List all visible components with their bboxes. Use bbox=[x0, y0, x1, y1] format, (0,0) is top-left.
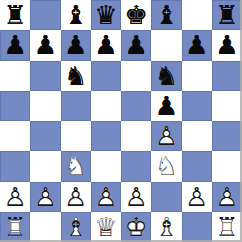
black-pawn[interactable]: ♟♙ bbox=[62, 31, 90, 59]
square-h3[interactable] bbox=[212, 151, 242, 181]
square-h7[interactable]: ♟♙ bbox=[212, 30, 242, 60]
piece-outline-layer: ♕ bbox=[92, 213, 120, 241]
square-g7[interactable]: ♟♙ bbox=[182, 30, 212, 60]
square-c3[interactable]: ♞♘ bbox=[61, 151, 91, 181]
chess-board: ♜♖♝♗♛♕♚♔♝♗♜♖♟♙♟♙♟♙♟♙♟♙♟♙♟♙♞♘♞♘♟♙♟♙♞♘♞♘♟♙… bbox=[0, 0, 242, 242]
piece-outline-layer: ♙ bbox=[31, 31, 59, 59]
square-a4[interactable] bbox=[0, 121, 30, 151]
square-b7[interactable]: ♟♙ bbox=[30, 30, 60, 60]
square-e8[interactable]: ♚♔ bbox=[121, 0, 151, 30]
white-bishop[interactable]: ♝♗ bbox=[62, 213, 90, 241]
square-f6[interactable]: ♞♘ bbox=[151, 61, 181, 91]
square-h4[interactable] bbox=[212, 121, 242, 151]
square-b8[interactable] bbox=[30, 0, 60, 30]
square-d1[interactable]: ♛♕ bbox=[91, 212, 121, 242]
black-king[interactable]: ♚♔ bbox=[122, 1, 150, 29]
black-pawn[interactable]: ♟♙ bbox=[1, 31, 29, 59]
square-e7[interactable]: ♟♙ bbox=[121, 30, 151, 60]
black-bishop[interactable]: ♝♗ bbox=[152, 1, 180, 29]
piece-outline-layer: ♙ bbox=[62, 31, 90, 59]
black-pawn[interactable]: ♟♙ bbox=[213, 31, 241, 59]
square-g1[interactable] bbox=[182, 212, 212, 242]
white-rook[interactable]: ♜♖ bbox=[213, 213, 241, 241]
square-g2[interactable]: ♟♙ bbox=[182, 182, 212, 212]
piece-outline-layer: ♙ bbox=[1, 31, 29, 59]
square-a2[interactable]: ♟♙ bbox=[0, 182, 30, 212]
white-bishop[interactable]: ♝♗ bbox=[152, 213, 180, 241]
white-knight[interactable]: ♞♘ bbox=[62, 152, 90, 180]
piece-outline-layer: ♘ bbox=[62, 62, 90, 90]
piece-outline-layer: ♗ bbox=[62, 213, 90, 241]
piece-outline-layer: ♙ bbox=[183, 31, 211, 59]
square-a6[interactable] bbox=[0, 61, 30, 91]
white-pawn[interactable]: ♟♙ bbox=[62, 183, 90, 211]
square-e2[interactable]: ♟♙ bbox=[121, 182, 151, 212]
square-a3[interactable] bbox=[0, 151, 30, 181]
square-d4[interactable] bbox=[91, 121, 121, 151]
piece-outline-layer: ♙ bbox=[183, 183, 211, 211]
piece-outline-layer: ♙ bbox=[92, 183, 120, 211]
square-e6[interactable] bbox=[121, 61, 151, 91]
square-d8[interactable]: ♛♕ bbox=[91, 0, 121, 30]
square-a7[interactable]: ♟♙ bbox=[0, 30, 30, 60]
white-king[interactable]: ♚♔ bbox=[122, 213, 150, 241]
square-c2[interactable]: ♟♙ bbox=[61, 182, 91, 212]
square-c4[interactable] bbox=[61, 121, 91, 151]
square-g4[interactable] bbox=[182, 121, 212, 151]
square-h5[interactable] bbox=[212, 91, 242, 121]
piece-outline-layer: ♔ bbox=[122, 1, 150, 29]
square-c7[interactable]: ♟♙ bbox=[61, 30, 91, 60]
piece-outline-layer: ♔ bbox=[122, 213, 150, 241]
square-f3[interactable]: ♞♘ bbox=[151, 151, 181, 181]
square-b3[interactable] bbox=[30, 151, 60, 181]
square-f4[interactable]: ♟♙ bbox=[151, 121, 181, 151]
square-d5[interactable] bbox=[91, 91, 121, 121]
square-d6[interactable] bbox=[91, 61, 121, 91]
square-b5[interactable] bbox=[30, 91, 60, 121]
square-f1[interactable]: ♝♗ bbox=[151, 212, 181, 242]
piece-outline-layer: ♗ bbox=[152, 1, 180, 29]
square-a5[interactable] bbox=[0, 91, 30, 121]
piece-outline-layer: ♖ bbox=[213, 1, 241, 29]
black-knight[interactable]: ♞♘ bbox=[62, 62, 90, 90]
piece-outline-layer: ♗ bbox=[62, 1, 90, 29]
square-c8[interactable]: ♝♗ bbox=[61, 0, 91, 30]
piece-outline-layer: ♖ bbox=[213, 213, 241, 241]
square-g5[interactable] bbox=[182, 91, 212, 121]
piece-outline-layer: ♖ bbox=[1, 213, 29, 241]
piece-outline-layer: ♖ bbox=[1, 1, 29, 29]
piece-outline-layer: ♙ bbox=[122, 31, 150, 59]
black-knight[interactable]: ♞♘ bbox=[152, 62, 180, 90]
square-g6[interactable] bbox=[182, 61, 212, 91]
piece-outline-layer: ♙ bbox=[92, 31, 120, 59]
square-c1[interactable]: ♝♗ bbox=[61, 212, 91, 242]
white-pawn[interactable]: ♟♙ bbox=[122, 183, 150, 211]
black-queen[interactable]: ♛♕ bbox=[92, 1, 120, 29]
white-pawn[interactable]: ♟♙ bbox=[183, 183, 211, 211]
piece-outline-layer: ♙ bbox=[152, 92, 180, 120]
piece-outline-layer: ♘ bbox=[62, 152, 90, 180]
piece-outline-layer: ♘ bbox=[152, 62, 180, 90]
black-pawn[interactable]: ♟♙ bbox=[152, 92, 180, 120]
square-b2[interactable]: ♟♙ bbox=[30, 182, 60, 212]
black-pawn[interactable]: ♟♙ bbox=[31, 31, 59, 59]
square-a1[interactable]: ♜♖ bbox=[0, 212, 30, 242]
square-h2[interactable]: ♟♙ bbox=[212, 182, 242, 212]
white-pawn[interactable]: ♟♙ bbox=[92, 183, 120, 211]
square-f7[interactable] bbox=[151, 30, 181, 60]
white-pawn[interactable]: ♟♙ bbox=[1, 183, 29, 211]
square-h6[interactable] bbox=[212, 61, 242, 91]
piece-outline-layer: ♙ bbox=[213, 31, 241, 59]
piece-outline-layer: ♕ bbox=[92, 1, 120, 29]
black-pawn[interactable]: ♟♙ bbox=[183, 31, 211, 59]
square-e3[interactable] bbox=[121, 151, 151, 181]
black-rook[interactable]: ♜♖ bbox=[213, 1, 241, 29]
piece-outline-layer: ♙ bbox=[152, 122, 180, 150]
square-b6[interactable] bbox=[30, 61, 60, 91]
square-f8[interactable]: ♝♗ bbox=[151, 0, 181, 30]
square-g3[interactable] bbox=[182, 151, 212, 181]
square-f2[interactable] bbox=[151, 182, 181, 212]
white-pawn[interactable]: ♟♙ bbox=[152, 122, 180, 150]
piece-outline-layer: ♙ bbox=[213, 183, 241, 211]
piece-outline-layer: ♙ bbox=[1, 183, 29, 211]
piece-outline-layer: ♙ bbox=[31, 183, 59, 211]
white-queen[interactable]: ♛♕ bbox=[92, 213, 120, 241]
square-e4[interactable] bbox=[121, 121, 151, 151]
square-g8[interactable] bbox=[182, 0, 212, 30]
piece-outline-layer: ♗ bbox=[152, 213, 180, 241]
white-pawn[interactable]: ♟♙ bbox=[31, 183, 59, 211]
square-c6[interactable]: ♞♘ bbox=[61, 61, 91, 91]
black-bishop[interactable]: ♝♗ bbox=[62, 1, 90, 29]
square-d3[interactable] bbox=[91, 151, 121, 181]
piece-outline-layer: ♘ bbox=[152, 152, 180, 180]
white-pawn[interactable]: ♟♙ bbox=[213, 183, 241, 211]
black-pawn[interactable]: ♟♙ bbox=[122, 31, 150, 59]
square-f5[interactable]: ♟♙ bbox=[151, 91, 181, 121]
square-h1[interactable]: ♜♖ bbox=[212, 212, 242, 242]
square-d2[interactable]: ♟♙ bbox=[91, 182, 121, 212]
square-b4[interactable] bbox=[30, 121, 60, 151]
square-c5[interactable] bbox=[61, 91, 91, 121]
square-d7[interactable]: ♟♙ bbox=[91, 30, 121, 60]
black-rook[interactable]: ♜♖ bbox=[1, 1, 29, 29]
piece-outline-layer: ♙ bbox=[122, 183, 150, 211]
black-pawn[interactable]: ♟♙ bbox=[92, 31, 120, 59]
white-knight[interactable]: ♞♘ bbox=[152, 152, 180, 180]
square-a8[interactable]: ♜♖ bbox=[0, 0, 30, 30]
square-h8[interactable]: ♜♖ bbox=[212, 0, 242, 30]
square-e5[interactable] bbox=[121, 91, 151, 121]
square-e1[interactable]: ♚♔ bbox=[121, 212, 151, 242]
square-b1[interactable] bbox=[30, 212, 60, 242]
piece-outline-layer: ♙ bbox=[62, 183, 90, 211]
white-rook[interactable]: ♜♖ bbox=[1, 213, 29, 241]
